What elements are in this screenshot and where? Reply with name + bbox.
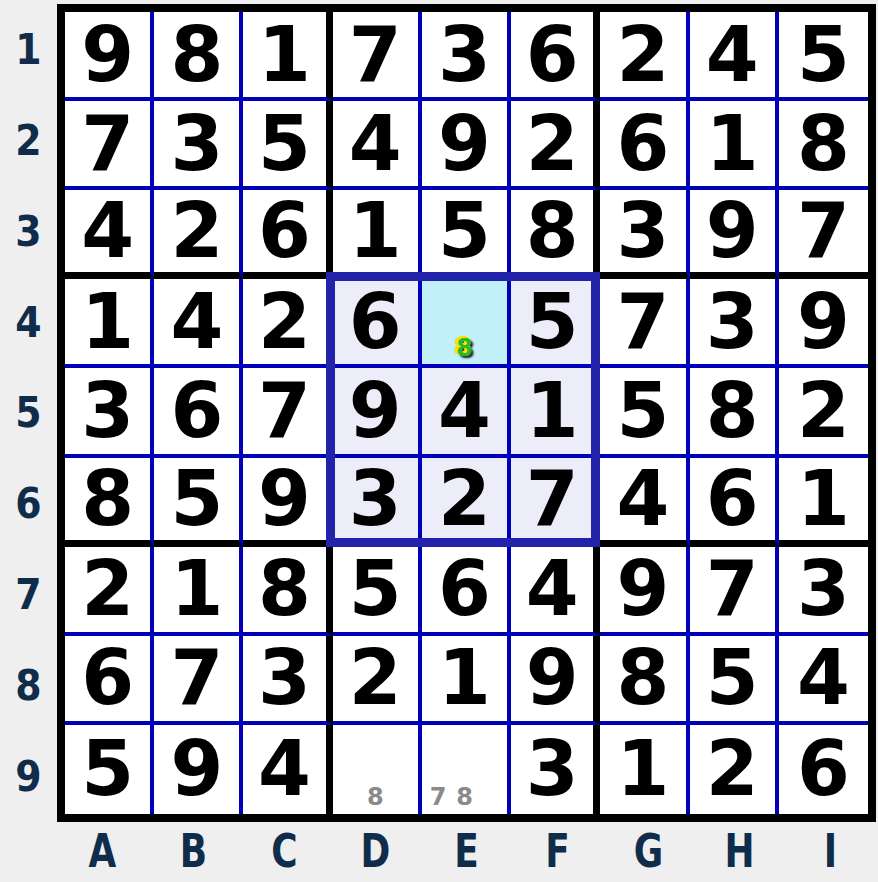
cell-digit: 5: [170, 461, 223, 537]
cell-I3[interactable]: 7: [779, 190, 868, 279]
cell-digit: 6: [526, 17, 579, 93]
cell-digit: 1: [706, 106, 759, 182]
row-label-8: 8: [3, 640, 54, 731]
row-label-6: 6: [3, 458, 54, 549]
cell-digit: 3: [349, 461, 402, 537]
cell-digit: 2: [349, 640, 402, 716]
cell-digit: 1: [81, 284, 134, 360]
cell-digit: 5: [438, 193, 491, 269]
cell-I4[interactable]: 9: [779, 279, 868, 368]
cell-digit: 9: [526, 640, 579, 716]
candidate-7: 7: [425, 783, 451, 811]
cell-digit: 9: [616, 551, 669, 627]
cell-H6[interactable]: 6: [690, 458, 779, 547]
cell-G7[interactable]: 9: [600, 547, 689, 636]
cell-digit: 7: [81, 106, 134, 182]
col-label-F: F: [522, 820, 593, 882]
cell-H4[interactable]: 3: [690, 279, 779, 368]
cell-C6[interactable]: 9: [243, 458, 332, 547]
cell-digit: 4: [526, 551, 579, 627]
cell-E6[interactable]: 2: [422, 458, 511, 547]
cell-digit: 2: [81, 551, 134, 627]
cell-digit: 7: [349, 17, 402, 93]
cell-I2[interactable]: 8: [779, 101, 868, 190]
cell-D6[interactable]: 3: [333, 458, 422, 547]
col-labels: ABCDEFGHI: [57, 820, 876, 882]
cell-digit: 5: [258, 106, 311, 182]
cell-G1[interactable]: 2: [600, 12, 689, 101]
col-label-A: A: [67, 820, 138, 882]
cell-E1[interactable]: 3: [422, 12, 511, 101]
cell-E4[interactable]: 8: [422, 279, 511, 368]
cell-A5[interactable]: 3: [65, 368, 154, 457]
cell-digit: 2: [170, 193, 223, 269]
candidate-grid: 8: [336, 728, 415, 811]
cell-F6[interactable]: 7: [511, 458, 600, 547]
cell-digit: 9: [438, 106, 491, 182]
cell-E2[interactable]: 9: [422, 101, 511, 190]
cell-D3[interactable]: 1: [333, 190, 422, 279]
cell-digit: 3: [170, 106, 223, 182]
sudoku-app: 123456789 981736245735492618426158397142…: [0, 0, 878, 882]
cell-C5[interactable]: 7: [243, 368, 332, 457]
cell-B6[interactable]: 5: [154, 458, 243, 547]
cell-digit: 1: [438, 640, 491, 716]
cell-digit: 8: [258, 551, 311, 627]
cell-G3[interactable]: 3: [600, 190, 689, 279]
cell-B2[interactable]: 3: [154, 101, 243, 190]
cell-digit: 7: [526, 461, 579, 537]
cell-digit: 6: [258, 193, 311, 269]
cell-C4[interactable]: 2: [243, 279, 332, 368]
row-label-5: 5: [3, 368, 54, 459]
cell-B3[interactable]: 2: [154, 190, 243, 279]
candidate-grid: 8: [425, 282, 504, 361]
cell-I1[interactable]: 5: [779, 12, 868, 101]
col-label-D: D: [340, 820, 411, 882]
cell-B5[interactable]: 6: [154, 368, 243, 457]
cell-A7[interactable]: 2: [65, 547, 154, 636]
cell-digit: 1: [526, 373, 579, 449]
col-label-B: B: [158, 820, 229, 882]
cell-D2[interactable]: 4: [333, 101, 422, 190]
cell-digit: 3: [797, 551, 850, 627]
cell-digit: 5: [526, 284, 579, 360]
cell-I6[interactable]: 1: [779, 458, 868, 547]
col-label-C: C: [249, 820, 320, 882]
cell-digit: 9: [81, 17, 134, 93]
candidate-grid: 78: [425, 728, 504, 811]
col-label-I: I: [795, 820, 866, 882]
cell-digit: 4: [438, 373, 491, 449]
cell-digit: 3: [258, 640, 311, 716]
row-label-3: 3: [3, 186, 54, 277]
cell-F7[interactable]: 4: [511, 547, 600, 636]
cell-digit: 4: [81, 193, 134, 269]
row-label-2: 2: [3, 95, 54, 186]
cell-C7[interactable]: 8: [243, 547, 332, 636]
col-label-G: G: [613, 820, 684, 882]
cell-digit: 1: [797, 461, 850, 537]
cell-digit: 2: [526, 106, 579, 182]
row-label-7: 7: [3, 549, 54, 640]
cell-digit: 8: [81, 461, 134, 537]
cell-C2[interactable]: 5: [243, 101, 332, 190]
cell-F8[interactable]: 9: [511, 636, 600, 725]
cell-E5[interactable]: 4: [422, 368, 511, 457]
cell-digit: 3: [81, 373, 134, 449]
cell-digit: 2: [797, 373, 850, 449]
cell-G8[interactable]: 8: [600, 636, 689, 725]
cell-D9[interactable]: 8: [333, 725, 422, 814]
cell-digit: 9: [349, 373, 402, 449]
cell-digit: 8: [616, 640, 669, 716]
cell-D7[interactable]: 5: [333, 547, 422, 636]
row-label-4: 4: [3, 277, 54, 368]
cell-digit: 8: [797, 106, 850, 182]
cell-digit: 2: [616, 17, 669, 93]
cell-C8[interactable]: 3: [243, 636, 332, 725]
cell-F5[interactable]: 1: [511, 368, 600, 457]
cell-digit: 3: [526, 731, 579, 807]
cell-digit: 4: [170, 284, 223, 360]
cell-A8[interactable]: 6: [65, 636, 154, 725]
cell-I5[interactable]: 2: [779, 368, 868, 457]
cell-digit: 7: [258, 373, 311, 449]
cell-digit: 2: [258, 284, 311, 360]
cell-digit: 4: [706, 17, 759, 93]
cell-C1[interactable]: 1: [243, 12, 332, 101]
cell-B9[interactable]: 9: [154, 725, 243, 814]
cell-digit: 7: [797, 193, 850, 269]
cell-H9[interactable]: 2: [690, 725, 779, 814]
cell-D1[interactable]: 7: [333, 12, 422, 101]
cell-digit: 1: [258, 17, 311, 93]
cell-E3[interactable]: 5: [422, 190, 511, 279]
cell-digit: 4: [616, 461, 669, 537]
cell-A9[interactable]: 5: [65, 725, 154, 814]
cell-digit: 3: [438, 17, 491, 93]
cell-I7[interactable]: 3: [779, 547, 868, 636]
cell-digit: 6: [438, 551, 491, 627]
cell-B7[interactable]: 1: [154, 547, 243, 636]
cell-digit: 6: [170, 373, 223, 449]
cell-G4[interactable]: 7: [600, 279, 689, 368]
cell-G2[interactable]: 6: [600, 101, 689, 190]
cell-digit: 6: [349, 284, 402, 360]
cell-D5[interactable]: 9: [333, 368, 422, 457]
col-label-H: H: [704, 820, 775, 882]
cell-I8[interactable]: 4: [779, 636, 868, 725]
cell-digit: 5: [349, 551, 402, 627]
cell-G5[interactable]: 5: [600, 368, 689, 457]
cell-H1[interactable]: 4: [690, 12, 779, 101]
cell-F1[interactable]: 6: [511, 12, 600, 101]
row-label-9: 9: [3, 731, 54, 822]
cell-digit: 5: [81, 731, 134, 807]
cell-digit: 8: [170, 17, 223, 93]
cell-digit: 5: [616, 373, 669, 449]
cell-digit: 2: [438, 461, 491, 537]
cell-digit: 7: [616, 284, 669, 360]
cell-H7[interactable]: 7: [690, 547, 779, 636]
cell-digit: 8: [706, 373, 759, 449]
cell-digit: 7: [706, 551, 759, 627]
cell-digit: 3: [616, 193, 669, 269]
cell-A2[interactable]: 7: [65, 101, 154, 190]
cell-digit: 9: [170, 731, 223, 807]
cell-G6[interactable]: 4: [600, 458, 689, 547]
cell-digit: 1: [349, 193, 402, 269]
cell-digit: 9: [797, 284, 850, 360]
candidate-8: 8: [451, 335, 477, 361]
cell-digit: 1: [616, 731, 669, 807]
cell-H3[interactable]: 9: [690, 190, 779, 279]
cell-digit: 6: [797, 731, 850, 807]
cell-digit: 8: [526, 193, 579, 269]
cell-digit: 7: [170, 640, 223, 716]
cell-digit: 5: [797, 17, 850, 93]
cell-E7[interactable]: 6: [422, 547, 511, 636]
cell-C9[interactable]: 4: [243, 725, 332, 814]
cell-digit: 6: [616, 106, 669, 182]
cell-H8[interactable]: 5: [690, 636, 779, 725]
cell-F9[interactable]: 3: [511, 725, 600, 814]
cell-A1[interactable]: 9: [65, 12, 154, 101]
cell-digit: 6: [706, 461, 759, 537]
cell-B1[interactable]: 8: [154, 12, 243, 101]
cell-C3[interactable]: 6: [243, 190, 332, 279]
cell-B8[interactable]: 7: [154, 636, 243, 725]
row-label-1: 1: [3, 4, 54, 95]
cell-digit: 4: [797, 640, 850, 716]
col-label-E: E: [431, 820, 502, 882]
cell-E8[interactable]: 1: [422, 636, 511, 725]
cell-D8[interactable]: 2: [333, 636, 422, 725]
candidate-8: 8: [451, 783, 477, 811]
cell-H2[interactable]: 1: [690, 101, 779, 190]
cell-digit: 9: [706, 193, 759, 269]
cell-digit: 1: [170, 551, 223, 627]
row-labels: 123456789: [0, 4, 57, 822]
cell-digit: 2: [706, 731, 759, 807]
cell-B4[interactable]: 4: [154, 279, 243, 368]
cell-digit: 6: [81, 640, 134, 716]
cell-digit: 3: [706, 284, 759, 360]
cell-digit: 4: [349, 106, 402, 182]
cell-A6[interactable]: 8: [65, 458, 154, 547]
cell-E9[interactable]: 78: [422, 725, 511, 814]
cell-A4[interactable]: 1: [65, 279, 154, 368]
cell-digit: 9: [258, 461, 311, 537]
sudoku-board: 9817362457354926184261583971426857393679…: [57, 4, 876, 822]
cell-F4[interactable]: 5: [511, 279, 600, 368]
cell-digit: 5: [706, 640, 759, 716]
cell-F3[interactable]: 8: [511, 190, 600, 279]
cell-H5[interactable]: 8: [690, 368, 779, 457]
cell-G9[interactable]: 1: [600, 725, 689, 814]
cell-F2[interactable]: 2: [511, 101, 600, 190]
cell-A3[interactable]: 4: [65, 190, 154, 279]
candidate-8: 8: [362, 783, 388, 811]
cell-D4[interactable]: 6: [333, 279, 422, 368]
cell-I9[interactable]: 6: [779, 725, 868, 814]
cell-digit: 4: [258, 731, 311, 807]
